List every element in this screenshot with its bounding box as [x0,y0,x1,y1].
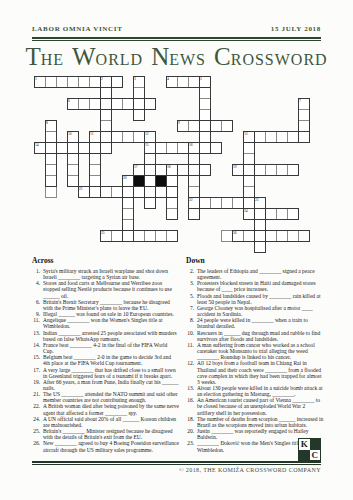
clue-number: 1. [32,268,40,274]
grid-cell [199,164,211,176]
clue-item-down-10: 10.Rescuers in ______ dug through mud an… [186,330,324,342]
down-list: 2.The leaders of Ethiopia and ________ s… [186,268,324,453]
clue-text: Illegal ______ was found on sale in 10 E… [43,311,174,317]
clue-item-across-22: 22.A British woman died after being pois… [32,403,179,415]
masthead-date: 15 JULY 2018 [271,25,321,33]
across-list: 1.Syria's military struck an Israeli war… [32,268,179,453]
clue-number: 22. [32,403,40,409]
title-word: CROSSWORD [214,42,328,72]
logo-letter-c: C [310,450,321,461]
clue-number: 13. [32,330,40,336]
clue-number: 18. [186,416,194,422]
clue-text: A UN official said about 20% of all ____… [43,416,176,428]
grid-cell [221,120,233,132]
grid-cell [254,241,266,253]
clue-text: Belgium beat ________ 2-0 in the game to… [43,354,171,366]
clue-text: Rescuers in ______ dug through mud and r… [197,330,320,342]
clue-item-down-12: 12.All 12 boys from a football team in C… [186,360,324,385]
clue-number: 12. [186,360,194,366]
copyright-line: © 2018, THE KOMIŽA CROSSWORD COMPANY [179,467,321,473]
clue-text: France beat ________ 4-2 in the final of… [43,342,167,354]
clue-item-down-11: 11.A man suffering from cancer who worke… [186,342,324,360]
grid-cell [144,197,156,209]
clue-number: 10. [186,330,194,336]
down-clues: Down 2.The leaders of Ethiopia and _____… [186,256,324,453]
footer-rule [32,461,321,465]
clue-item-down-3: 3.Protesters blocked streets in Haiti an… [186,280,324,292]
title-word: WORLD [72,42,143,72]
clue-text: Floods and landslides caused by ________… [197,293,320,305]
clue-number: 23. [186,440,194,446]
grid-cell [100,142,112,154]
crossword-page: LABOR OMNIA VINCIT 15 JULY 2018 THEWORLD… [0,0,353,500]
header-rule [32,37,321,41]
clue-text: Britain's Brexit Secretary ________ beca… [43,299,170,311]
clue-item-across-24: 24.A UN official said about 20% of all _… [32,416,179,428]
clue-text: A British woman died after being poisone… [43,403,179,415]
title-word: THE [25,42,64,72]
clue-number: 15. [32,354,40,360]
grid-cell [166,208,178,220]
clue-text: Protesters blocked streets in Haiti and … [197,280,316,292]
clue-item-across-13: 13.Indian ________ arrested 25 people as… [32,330,179,342]
clue-number: 13. [186,385,194,391]
clue-item-down-16: 16.An American tourist caused part of Vi… [186,397,324,415]
clue-text: 24 people were killed in ________ when a… [197,317,308,329]
clue-number: 20. [186,428,194,434]
clue-item-across-4: 4.Stores and food carts at Melbourne and… [32,280,179,298]
grid-cell [166,230,178,242]
clue-item-down-8: 8.24 people were killed in ________ when… [186,317,324,329]
clue-number: 17. [32,367,40,373]
grid-cell [133,109,145,121]
clue-item-across-6: 6.Britain's Brexit Secretary ________ be… [32,299,179,311]
clue-item-across-11: 11.Angelique ________ won the Women's Si… [32,317,179,329]
clue-text: Stores and food carts at Melbourne and W… [43,280,172,298]
grid-cell [210,142,222,154]
clue-text: ________ Đoković won the Men's Singles t… [197,440,306,452]
crossword-grid: 1234567891011121314151617181920212223242… [34,76,311,254]
clue-text: An American tourist caused part of Vienn… [197,397,320,415]
masthead-motto: LABOR OMNIA VINCIT [32,25,123,33]
clue-number: 8. [186,317,194,323]
clue-text: A very large ________ that has drifted c… [43,367,176,379]
clue-number: 6. [32,299,40,305]
clue-item-down-18: 18.The number of deaths from scorpion __… [186,416,324,428]
clue-item-across-17: 17.A very large ________ that has drifte… [32,367,179,379]
clue-number: 14. [32,342,40,348]
clue-number: 21. [32,391,40,397]
clue-text: The leaders of Ethiopia and ________ sig… [197,268,315,280]
clue-text: The number of deaths from scorpion _____… [197,416,323,428]
clue-item-across-15: 15.Belgium beat ________ 2-0 in the game… [32,354,179,366]
clue-item-across-26: 26.New ________ agreed to buy 4 Boeing P… [32,440,179,452]
clue-number: 24. [32,416,40,422]
logo-letter-k: K [299,439,310,450]
across-heading: Across [32,256,179,265]
clue-item-down-2: 2.The leaders of Ethiopia and ________ s… [186,268,324,280]
clue-item-down-7: 7.George Clooney was hospitalised after … [186,305,324,317]
logo-square-dark-top [310,439,321,450]
clue-number: 19. [32,379,40,385]
clue-item-across-25: 25.Britain's ________ Minister resigned … [32,428,179,440]
grid-cell [298,131,310,143]
clue-text: About 130 people were killed in a suicid… [197,385,323,397]
grid-cell [287,230,299,242]
clue-text: New ________ agreed to buy 4 Boeing Pose… [43,440,179,452]
down-heading: Down [186,256,324,265]
clue-item-down-5: 5.Floods and landslides caused by ______… [186,293,324,305]
clue-number: 4. [32,280,40,286]
grid-cell [45,186,57,198]
clue-text: All 12 boys from a football team in Chia… [197,360,321,384]
clue-item-down-13: 13.About 130 people were killed in a sui… [186,385,324,397]
clue-number: 3. [186,280,194,286]
clue-number: 16. [186,397,194,403]
clue-text: Britain's ________ Minister resigned bec… [43,428,173,440]
masthead: LABOR OMNIA VINCIT 15 JULY 2018 [32,25,321,35]
grid-cell [111,76,123,88]
clue-number: 7. [186,305,194,311]
logo-square-dark-bottom [299,450,310,461]
clue-number: 2. [186,268,194,274]
clue-item-across-1: 1.Syria's military struck an Israeli war… [32,268,179,280]
clue-number: 26. [32,440,40,446]
clue-number: 5. [186,293,194,299]
grid-cell [287,164,299,176]
clue-number: 11. [32,317,40,323]
clue-text: Indian ________ arrested 25 people assoc… [43,330,177,342]
clue-text: A man suffering from cancer who worked a… [197,342,315,360]
grid-cell [144,98,156,110]
clue-number: 11. [186,342,194,348]
clue-text: After 66 years, a man from Pune, India f… [43,379,178,391]
publisher-logo: K C [298,438,321,461]
clue-item-across-14: 14.France beat ________ 4-2 in the final… [32,342,179,354]
clue-text: Angelique ________ won the Women's Singl… [43,317,162,329]
clue-text: Justin ________ was reportedly engaged t… [197,428,309,440]
clue-item-across-19: 19.After 66 years, a man from Pune, Indi… [32,379,179,391]
page-title: THEWORLDNEWSCROSSWORD [0,42,353,72]
clue-number: 25. [32,428,40,434]
grid-cell [188,208,200,220]
clue-text: The US ________ attended the NATO summit… [43,391,177,403]
clue-item-across-21: 21.The US ________ attended the NATO sum… [32,391,179,403]
across-clues: Across 1.Syria's military struck an Isra… [32,256,179,453]
title-word: NEWS [151,42,206,72]
grid-cell [287,208,299,220]
clue-text: Syria's military struck an Israeli warpl… [43,268,168,280]
clue-text: George Clooney was hospitalised after a … [197,305,313,317]
